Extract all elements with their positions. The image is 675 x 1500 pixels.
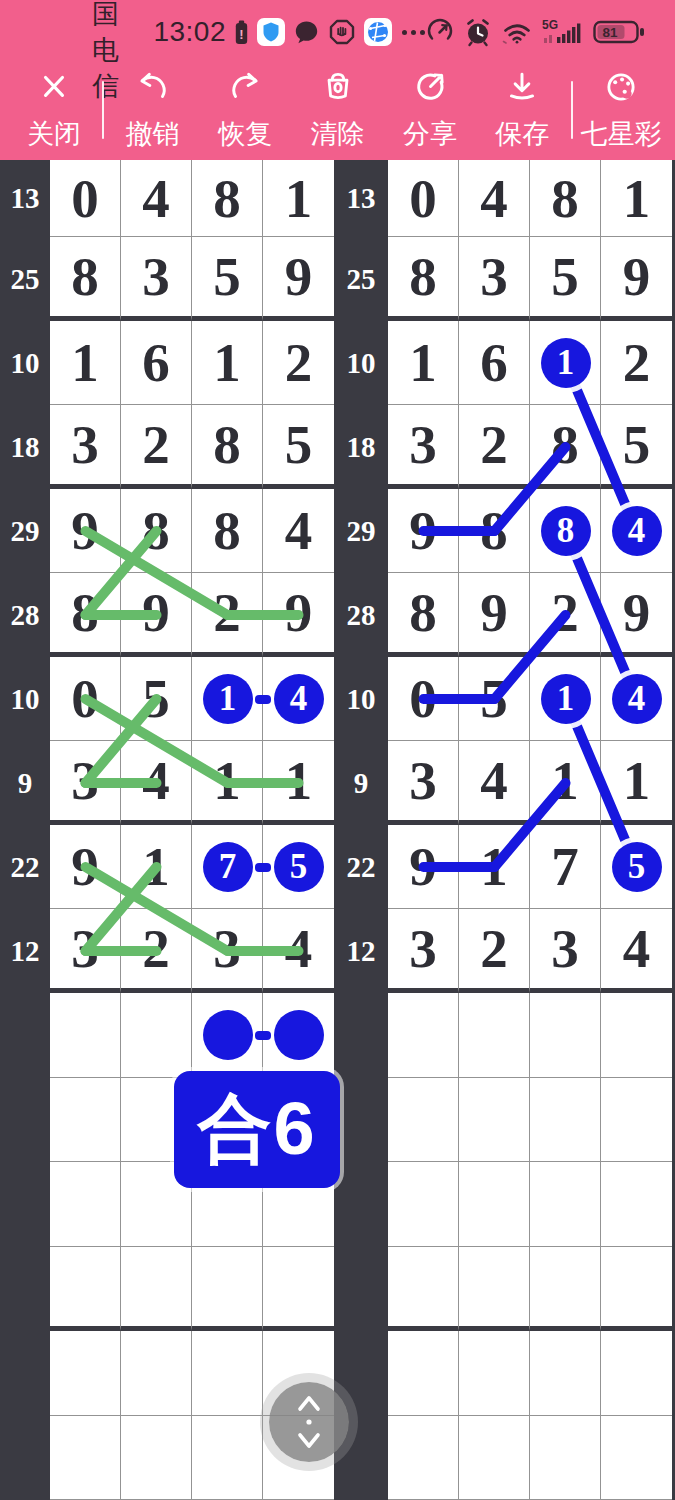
left-grid-cell[interactable] bbox=[263, 1247, 334, 1332]
right-grid-cell[interactable]: 4 bbox=[601, 909, 672, 993]
left-grid-cell[interactable] bbox=[192, 1247, 263, 1332]
share-icon bbox=[411, 68, 449, 109]
row-label: 25 bbox=[334, 237, 388, 321]
right-grid-cell[interactable] bbox=[601, 1162, 672, 1247]
left-grid-cell[interactable]: 3 bbox=[50, 405, 121, 489]
row-label: 25 bbox=[0, 237, 50, 321]
right-grid-cell[interactable] bbox=[459, 1331, 530, 1416]
close-button[interactable]: 关闭 bbox=[10, 68, 98, 152]
svg-text:5G: 5G bbox=[542, 18, 558, 32]
right-grid-cell[interactable] bbox=[459, 1162, 530, 1247]
right-grid-cell[interactable]: 8 bbox=[388, 237, 459, 321]
left-grid-cell[interactable]: 1 bbox=[192, 741, 263, 825]
speedometer-icon bbox=[425, 17, 455, 47]
right-grid-cell[interactable] bbox=[530, 1247, 601, 1332]
left-grid-cell[interactable]: 3 bbox=[192, 909, 263, 993]
connector-dash bbox=[255, 863, 271, 872]
left-grid-cell[interactable]: 4 bbox=[263, 489, 334, 573]
row-label: 18 bbox=[334, 405, 388, 489]
right-grid-cell[interactable]: 1 bbox=[601, 741, 672, 825]
toolbar-divider bbox=[571, 81, 573, 139]
share-button[interactable]: 分享 bbox=[386, 68, 474, 152]
right-grid-cell[interactable] bbox=[601, 1078, 672, 1163]
right-grid-cell[interactable]: 9 bbox=[601, 573, 672, 657]
circled-number[interactable]: 5 bbox=[274, 842, 324, 892]
right-grid-cell[interactable]: 3 bbox=[388, 909, 459, 993]
right-grid-cell[interactable]: 2 bbox=[459, 909, 530, 993]
more-dots-icon bbox=[402, 30, 425, 35]
shield-icon bbox=[257, 18, 285, 46]
left-grid-cell[interactable]: 9 bbox=[50, 825, 121, 909]
circled-number[interactable]: 4 bbox=[274, 674, 324, 724]
board-row bbox=[0, 1247, 675, 1332]
trash-icon bbox=[319, 68, 357, 109]
left-grid-cell[interactable]: 4 bbox=[121, 741, 192, 825]
row-label: 12 bbox=[0, 909, 50, 993]
left-grid-cell[interactable] bbox=[50, 1247, 121, 1332]
right-grid-cell[interactable]: 4 bbox=[459, 741, 530, 825]
left-grid-cell[interactable]: 4 bbox=[121, 160, 192, 237]
clear-button[interactable]: 清除 bbox=[294, 68, 382, 152]
app-header: 中国电信 13:02 ! bbox=[0, 0, 675, 160]
left-grid-cell[interactable]: 9 bbox=[263, 573, 334, 657]
right-grid-cell[interactable] bbox=[459, 1416, 530, 1500]
toolbar: 关闭 撤销 恢复 清除 分享 保存 七星彩 bbox=[0, 60, 675, 160]
left-grid-cell[interactable] bbox=[192, 1416, 263, 1500]
right-grid-cell[interactable] bbox=[601, 1416, 672, 1500]
row-label bbox=[0, 1162, 50, 1247]
right-grid-cell[interactable] bbox=[388, 1078, 459, 1163]
row-label: 22 bbox=[0, 825, 50, 909]
board-row: 258359258359 bbox=[0, 237, 675, 321]
sum-annotation-text: 合6 bbox=[197, 1080, 316, 1180]
row-label: 29 bbox=[334, 489, 388, 573]
right-grid-cell[interactable] bbox=[459, 1078, 530, 1163]
right-grid-cell[interactable] bbox=[459, 1247, 530, 1332]
left-grid-cell[interactable]: 0 bbox=[50, 160, 121, 237]
right-grid-cell[interactable]: 3 bbox=[388, 405, 459, 489]
left-grid-cell[interactable]: 3 bbox=[121, 237, 192, 321]
right-grid-cell[interactable]: 5 bbox=[459, 657, 530, 741]
circled-number[interactable]: 7 bbox=[203, 842, 253, 892]
right-grid-cell[interactable]: 1 bbox=[388, 321, 459, 405]
circled-number[interactable]: 4 bbox=[612, 674, 662, 724]
right-grid-cell[interactable]: 0 bbox=[388, 160, 459, 237]
board-row: 229175229175 bbox=[0, 825, 675, 909]
alarm-clock-icon bbox=[463, 17, 493, 47]
left-grid-cell[interactable]: 8 bbox=[192, 160, 263, 237]
left-grid-cell[interactable]: 1 bbox=[50, 321, 121, 405]
right-grid-cell[interactable]: 3 bbox=[459, 237, 530, 321]
connector-dash bbox=[255, 695, 271, 704]
right-grid-cell[interactable]: 2 bbox=[601, 321, 672, 405]
row-label bbox=[334, 1078, 388, 1163]
save-button[interactable]: 保存 bbox=[478, 68, 566, 152]
left-grid-cell[interactable] bbox=[50, 993, 121, 1078]
svg-text:!: ! bbox=[239, 27, 243, 42]
right-grid-cell[interactable]: 8 bbox=[530, 160, 601, 237]
row-label: 9 bbox=[334, 741, 388, 825]
row-label: 10 bbox=[334, 657, 388, 741]
toolbar-label: 关闭 bbox=[27, 116, 81, 152]
left-grid-cell[interactable]: 3 bbox=[50, 741, 121, 825]
toolbar-label: 分享 bbox=[403, 116, 457, 152]
right-grid-cell[interactable]: 7 bbox=[530, 825, 601, 909]
right-grid-cell[interactable]: 5 bbox=[530, 237, 601, 321]
connector-dash bbox=[255, 1031, 271, 1040]
right-grid-cell[interactable]: 9 bbox=[601, 237, 672, 321]
right-grid-cell[interactable]: 3 bbox=[530, 909, 601, 993]
right-grid-cell[interactable]: 9 bbox=[388, 489, 459, 573]
row-label: 10 bbox=[0, 321, 50, 405]
left-grid-cell[interactable]: 8 bbox=[50, 573, 121, 657]
row-label: 10 bbox=[334, 321, 388, 405]
palette-icon bbox=[602, 68, 640, 109]
toolbar-divider bbox=[102, 81, 104, 139]
left-grid-cell[interactable]: 5 bbox=[121, 657, 192, 741]
left-grid-cell[interactable]: 2 bbox=[263, 321, 334, 405]
board-row bbox=[0, 993, 675, 1078]
right-grid-cell[interactable] bbox=[388, 1162, 459, 1247]
row-label: 22 bbox=[334, 825, 388, 909]
right-grid-cell[interactable]: 3 bbox=[388, 741, 459, 825]
row-label: 13 bbox=[334, 160, 388, 237]
right-grid-cell[interactable] bbox=[530, 1162, 601, 1247]
row-label bbox=[334, 993, 388, 1078]
board-row: 183285183285 bbox=[0, 405, 675, 489]
circled-number[interactable]: 8 bbox=[541, 506, 591, 556]
toolbar-label: 清除 bbox=[311, 116, 365, 152]
undo-button[interactable]: 撤销 bbox=[109, 68, 197, 152]
right-grid-cell[interactable]: 4 bbox=[459, 160, 530, 237]
board-row: 9341193411 bbox=[0, 741, 675, 825]
right-grid-cell[interactable] bbox=[530, 1078, 601, 1163]
right-grid-cell[interactable]: 2 bbox=[530, 573, 601, 657]
left-grid-cell[interactable] bbox=[50, 1162, 121, 1247]
left-grid-cell[interactable]: 1 bbox=[263, 160, 334, 237]
right-grid-cell[interactable] bbox=[530, 993, 601, 1078]
network-globe-icon bbox=[364, 18, 392, 46]
left-grid-cell[interactable]: 9 bbox=[50, 489, 121, 573]
right-grid-cell[interactable]: 1 bbox=[601, 160, 672, 237]
signal-5g-icon: 5G bbox=[541, 18, 585, 46]
status-bar: 中国电信 13:02 ! bbox=[0, 12, 675, 52]
left-grid-cell[interactable] bbox=[121, 1247, 192, 1332]
toolbar-label: 撤销 bbox=[126, 116, 180, 152]
right-grid-cell[interactable] bbox=[388, 1331, 459, 1416]
right-grid-cell[interactable]: 2 bbox=[459, 405, 530, 489]
left-grid-cell[interactable]: 2 bbox=[121, 405, 192, 489]
row-label: 13 bbox=[0, 160, 50, 237]
circled-number[interactable]: 1 bbox=[541, 338, 591, 388]
left-grid-cell[interactable]: 1 bbox=[263, 741, 334, 825]
left-grid-cell[interactable]: 9 bbox=[263, 237, 334, 321]
circled-number[interactable]: 1 bbox=[203, 674, 253, 724]
left-grid-cell[interactable]: 2 bbox=[121, 909, 192, 993]
right-grid-cell[interactable] bbox=[530, 1416, 601, 1500]
right-grid-cell[interactable]: 5 bbox=[601, 405, 672, 489]
battery-level-icon: 81 bbox=[593, 18, 645, 46]
circled-number[interactable]: 1 bbox=[541, 674, 591, 724]
right-grid-cell[interactable]: 8 bbox=[388, 573, 459, 657]
redo-icon bbox=[226, 68, 264, 109]
scroll-chevrons-icon bbox=[292, 1393, 326, 1451]
left-grid-cell[interactable]: 5 bbox=[192, 237, 263, 321]
left-grid-cell[interactable]: 1 bbox=[192, 321, 263, 405]
left-grid-cell[interactable]: 5 bbox=[263, 405, 334, 489]
clock: 13:02 bbox=[153, 16, 226, 48]
left-grid-cell[interactable] bbox=[50, 1331, 121, 1416]
right-grid-cell[interactable] bbox=[388, 1247, 459, 1332]
left-grid-cell[interactable]: 8 bbox=[50, 237, 121, 321]
left-grid-cell[interactable] bbox=[50, 1078, 121, 1163]
row-label bbox=[334, 1162, 388, 1247]
circled-number[interactable]: 5 bbox=[612, 842, 662, 892]
stop-hand-icon bbox=[328, 18, 356, 46]
battery-alert-icon: ! bbox=[234, 19, 249, 46]
board-row: 288929288929 bbox=[0, 573, 675, 657]
row-label bbox=[0, 1247, 50, 1332]
left-grid-cell[interactable]: 0 bbox=[50, 657, 121, 741]
board-row: 123234123234 bbox=[0, 909, 675, 993]
row-label: 18 bbox=[0, 405, 50, 489]
left-grid-cell[interactable] bbox=[121, 1331, 192, 1416]
right-grid-cell[interactable]: 9 bbox=[388, 825, 459, 909]
left-grid-cell[interactable]: 8 bbox=[192, 489, 263, 573]
right-grid-cell[interactable] bbox=[601, 1247, 672, 1332]
right-grid-cell[interactable]: 8 bbox=[459, 489, 530, 573]
scroll-up-down-button[interactable] bbox=[269, 1382, 349, 1462]
right-grid-cell[interactable] bbox=[388, 993, 459, 1078]
left-grid-cell[interactable]: 2 bbox=[192, 573, 263, 657]
undo-icon bbox=[134, 68, 172, 109]
row-label: 9 bbox=[0, 741, 50, 825]
wifi-icon bbox=[501, 19, 533, 46]
row-label: 12 bbox=[334, 909, 388, 993]
right-grid-cell[interactable]: 8 bbox=[530, 405, 601, 489]
right-grid-cell[interactable] bbox=[601, 1331, 672, 1416]
chat-bubble-icon bbox=[293, 19, 320, 46]
left-grid-cell[interactable]: 8 bbox=[121, 489, 192, 573]
marker-circle[interactable] bbox=[274, 1010, 324, 1060]
right-grid-cell[interactable] bbox=[459, 993, 530, 1078]
circled-number[interactable]: 4 bbox=[612, 506, 662, 556]
row-label bbox=[0, 1078, 50, 1163]
row-label bbox=[0, 1331, 50, 1416]
board-row: 130481130481 bbox=[0, 160, 675, 237]
row-label bbox=[334, 1247, 388, 1332]
right-grid-cell[interactable]: 6 bbox=[459, 321, 530, 405]
left-grid-cell[interactable] bbox=[121, 1416, 192, 1500]
left-grid-cell[interactable] bbox=[192, 1331, 263, 1416]
close-icon bbox=[35, 68, 73, 109]
toolbar-label: 七星彩 bbox=[581, 116, 662, 152]
left-grid-cell[interactable]: 8 bbox=[192, 405, 263, 489]
right-grid-cell[interactable]: 9 bbox=[459, 573, 530, 657]
right-grid-cell[interactable]: 1 bbox=[459, 825, 530, 909]
right-grid-cell[interactable] bbox=[388, 1416, 459, 1500]
right-grid-cell[interactable] bbox=[601, 993, 672, 1078]
redo-button[interactable]: 恢复 bbox=[201, 68, 289, 152]
toolbar-label: 恢复 bbox=[218, 116, 272, 152]
row-label bbox=[0, 1416, 50, 1500]
svg-text:81: 81 bbox=[602, 25, 618, 40]
toolbar-label: 保存 bbox=[495, 116, 549, 152]
right-grid-cell[interactable] bbox=[530, 1331, 601, 1416]
row-label: 28 bbox=[0, 573, 50, 657]
left-grid-cell[interactable] bbox=[50, 1416, 121, 1500]
left-grid-cell[interactable]: 9 bbox=[121, 573, 192, 657]
sum-annotation[interactable]: 合6 bbox=[174, 1071, 340, 1188]
right-grid-cell[interactable]: 0 bbox=[388, 657, 459, 741]
left-grid-cell[interactable]: 6 bbox=[121, 321, 192, 405]
row-label: 28 bbox=[334, 573, 388, 657]
game-type-button[interactable]: 七星彩 bbox=[577, 68, 665, 152]
row-label bbox=[0, 993, 50, 1078]
save-icon bbox=[503, 68, 541, 109]
left-grid-cell[interactable]: 3 bbox=[50, 909, 121, 993]
left-grid-cell[interactable]: 4 bbox=[263, 909, 334, 993]
left-grid-cell[interactable] bbox=[121, 993, 192, 1078]
right-grid-cell[interactable]: 1 bbox=[530, 741, 601, 825]
row-label: 29 bbox=[0, 489, 50, 573]
left-grid-cell[interactable]: 1 bbox=[121, 825, 192, 909]
row-label: 10 bbox=[0, 657, 50, 741]
marker-circle[interactable] bbox=[203, 1010, 253, 1060]
board: 1304811304812583592583591016121016121832… bbox=[0, 160, 675, 1500]
